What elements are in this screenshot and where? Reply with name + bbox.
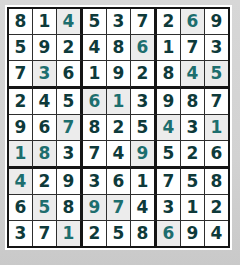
- cell-r2c6[interactable]: 6: [131, 35, 157, 61]
- board-frame: 8145372695924861737361928452456139879678…: [5, 5, 232, 250]
- cell-r2c2[interactable]: 9: [33, 35, 57, 61]
- cell-r8c7[interactable]: 3: [157, 195, 181, 221]
- cell-r5c9[interactable]: 1: [205, 115, 228, 141]
- cell-r6c1[interactable]: 1: [9, 141, 33, 169]
- cell-r3c8[interactable]: 4: [181, 61, 205, 89]
- cell-r6c7[interactable]: 5: [157, 141, 181, 169]
- cell-r9c9[interactable]: 4: [205, 221, 228, 246]
- cell-r1c1[interactable]: 8: [9, 9, 33, 35]
- cell-r6c3[interactable]: 3: [57, 141, 83, 169]
- cell-r1c8[interactable]: 6: [181, 9, 205, 35]
- cell-r1c6[interactable]: 7: [131, 9, 157, 35]
- cell-r3c1[interactable]: 7: [9, 61, 33, 89]
- cell-r7c6[interactable]: 1: [131, 169, 157, 195]
- cell-r2c3[interactable]: 2: [57, 35, 83, 61]
- cell-r7c7[interactable]: 7: [157, 169, 181, 195]
- cell-r7c5[interactable]: 6: [107, 169, 131, 195]
- cell-r8c3[interactable]: 8: [57, 195, 83, 221]
- cell-r5c1[interactable]: 9: [9, 115, 33, 141]
- cell-r4c1[interactable]: 2: [9, 89, 33, 115]
- cell-r9c7[interactable]: 6: [157, 221, 181, 246]
- cell-r2c8[interactable]: 7: [181, 35, 205, 61]
- cell-r7c1[interactable]: 4: [9, 169, 33, 195]
- cell-r4c6[interactable]: 3: [131, 89, 157, 115]
- cell-r8c2[interactable]: 5: [33, 195, 57, 221]
- cell-r1c5[interactable]: 3: [107, 9, 131, 35]
- cell-r8c1[interactable]: 6: [9, 195, 33, 221]
- cell-r5c7[interactable]: 4: [157, 115, 181, 141]
- cell-r6c2[interactable]: 8: [33, 141, 57, 169]
- cell-r3c5[interactable]: 9: [107, 61, 131, 89]
- cell-r6c4[interactable]: 7: [83, 141, 107, 169]
- cell-r5c3[interactable]: 7: [57, 115, 83, 141]
- cell-r3c7[interactable]: 8: [157, 61, 181, 89]
- cell-r2c7[interactable]: 1: [157, 35, 181, 61]
- sudoku-page: 8145372695924861737361928452456139879678…: [0, 0, 240, 265]
- cell-r4c8[interactable]: 8: [181, 89, 205, 115]
- cell-r2c1[interactable]: 5: [9, 35, 33, 61]
- cell-r4c4[interactable]: 6: [83, 89, 107, 115]
- cell-r9c8[interactable]: 9: [181, 221, 205, 246]
- cell-r5c2[interactable]: 6: [33, 115, 57, 141]
- cell-r4c5[interactable]: 1: [107, 89, 131, 115]
- cell-r9c6[interactable]: 8: [131, 221, 157, 246]
- cell-r1c3[interactable]: 4: [57, 9, 83, 35]
- cell-r3c9[interactable]: 5: [205, 61, 228, 89]
- cell-r8c4[interactable]: 9: [83, 195, 107, 221]
- cell-r5c6[interactable]: 5: [131, 115, 157, 141]
- cell-r7c2[interactable]: 2: [33, 169, 57, 195]
- cell-r9c1[interactable]: 3: [9, 221, 33, 246]
- cell-r7c8[interactable]: 5: [181, 169, 205, 195]
- cell-r5c4[interactable]: 8: [83, 115, 107, 141]
- cell-r2c4[interactable]: 4: [83, 35, 107, 61]
- cell-r7c9[interactable]: 8: [205, 169, 228, 195]
- cell-r8c8[interactable]: 1: [181, 195, 205, 221]
- cell-r1c9[interactable]: 9: [205, 9, 228, 35]
- cell-r7c3[interactable]: 9: [57, 169, 83, 195]
- cell-r5c8[interactable]: 3: [181, 115, 205, 141]
- cell-r4c2[interactable]: 4: [33, 89, 57, 115]
- cell-r4c7[interactable]: 9: [157, 89, 181, 115]
- cell-r3c4[interactable]: 1: [83, 61, 107, 89]
- cell-r6c9[interactable]: 6: [205, 141, 228, 169]
- cell-r7c4[interactable]: 3: [83, 169, 107, 195]
- cell-r6c6[interactable]: 9: [131, 141, 157, 169]
- cell-r1c2[interactable]: 1: [33, 9, 57, 35]
- cell-r2c9[interactable]: 3: [205, 35, 228, 61]
- cell-r9c4[interactable]: 2: [83, 221, 107, 246]
- cell-r8c6[interactable]: 4: [131, 195, 157, 221]
- cell-r1c4[interactable]: 5: [83, 9, 107, 35]
- cell-r2c5[interactable]: 8: [107, 35, 131, 61]
- cell-r4c9[interactable]: 7: [205, 89, 228, 115]
- cell-r9c3[interactable]: 1: [57, 221, 83, 246]
- cell-r9c2[interactable]: 7: [33, 221, 57, 246]
- cell-r8c5[interactable]: 7: [107, 195, 131, 221]
- cell-r6c5[interactable]: 4: [107, 141, 131, 169]
- sudoku-board: 8145372695924861737361928452456139879678…: [7, 7, 230, 248]
- cell-r3c3[interactable]: 6: [57, 61, 83, 89]
- cell-r8c9[interactable]: 2: [205, 195, 228, 221]
- cell-r6c8[interactable]: 2: [181, 141, 205, 169]
- cell-r4c3[interactable]: 5: [57, 89, 83, 115]
- cell-r1c7[interactable]: 2: [157, 9, 181, 35]
- cell-r3c2[interactable]: 3: [33, 61, 57, 89]
- cell-r3c6[interactable]: 2: [131, 61, 157, 89]
- cell-r9c5[interactable]: 5: [107, 221, 131, 246]
- cell-r5c5[interactable]: 2: [107, 115, 131, 141]
